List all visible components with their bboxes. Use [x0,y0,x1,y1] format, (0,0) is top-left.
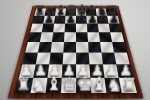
square-e7[interactable]: ♟ [75,15,86,23]
piece-black-pawn[interactable]: ♟ [86,12,97,23]
square-a6[interactable] [29,23,42,32]
square-d5[interactable] [63,31,75,41]
square-a7[interactable]: ♟ [32,15,44,23]
square-g7[interactable]: ♟ [96,15,108,23]
square-e6[interactable] [75,23,86,32]
square-b1[interactable]: ♞ [29,77,46,92]
square-a1[interactable]: ♜ [14,77,32,92]
piece-black-pawn[interactable]: ♟ [42,12,53,23]
square-h7[interactable]: ♟ [106,15,118,23]
square-d6[interactable] [64,23,75,32]
square-c4[interactable] [50,41,63,52]
square-e5[interactable] [75,31,87,41]
square-c5[interactable] [51,31,64,41]
piece-black-pawn[interactable]: ♟ [53,12,64,23]
chess-board-frame: ♜♞♝♛♚♝♞♜♟♟♟♟♟♟♟♟♟♟♟♟♟♟♟♟♜♞♝♛♚♝♞♜ [7,5,143,98]
square-g1[interactable]: ♞ [103,77,120,92]
piece-white-knight[interactable]: ♞ [30,75,45,93]
square-h4[interactable] [111,41,126,52]
piece-black-pawn[interactable]: ♟ [64,12,75,23]
piece-black-pawn[interactable]: ♟ [32,12,43,23]
chess-board-grid: ♜♞♝♛♚♝♞♜♟♟♟♟♟♟♟♟♟♟♟♟♟♟♟♟♜♞♝♛♚♝♞♜ [14,8,135,92]
piece-black-pawn[interactable]: ♟ [75,12,86,23]
square-h5[interactable] [109,31,123,41]
square-d4[interactable] [62,41,75,52]
chess-game-window: ♜♞♝♛♚♝♞♜♟♟♟♟♟♟♟♟♟♟♟♟♟♟♟♟♜♞♝♛♚♝♞♜ [0,0,150,100]
square-b5[interactable] [39,31,52,41]
square-e4[interactable] [75,41,88,52]
square-c7[interactable]: ♟ [53,15,64,23]
square-d1[interactable]: ♛ [60,77,75,92]
square-f5[interactable] [86,31,99,41]
square-b6[interactable] [41,23,53,32]
square-f6[interactable] [86,23,98,32]
piece-black-pawn[interactable]: ♟ [108,12,119,23]
square-d7[interactable]: ♟ [64,15,75,23]
piece-white-knight[interactable]: ♞ [105,75,120,93]
square-f7[interactable]: ♟ [85,15,96,23]
square-f4[interactable] [87,41,100,52]
square-b7[interactable]: ♟ [42,15,54,23]
piece-white-rook[interactable]: ♜ [15,76,30,93]
square-h6[interactable] [108,23,121,32]
square-b4[interactable] [37,41,51,52]
square-c6[interactable] [52,23,64,32]
piece-black-pawn[interactable]: ♟ [97,12,108,23]
piece-white-queen[interactable]: ♛ [60,74,75,93]
